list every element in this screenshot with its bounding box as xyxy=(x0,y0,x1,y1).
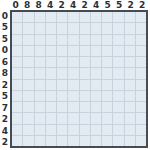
grid-cell-r9c2[interactable] xyxy=(35,113,45,123)
grid-cell-r10c2[interactable] xyxy=(35,125,45,135)
column-clues: 088424245522 xyxy=(10,0,148,10)
grid-cell-r11c10[interactable] xyxy=(125,136,135,146)
grid-cell-r3c0[interactable] xyxy=(12,46,22,56)
grid-cell-r6c6[interactable] xyxy=(80,80,90,90)
grid-cell-r4c0[interactable] xyxy=(12,57,22,67)
grid-cell-r7c2[interactable] xyxy=(35,91,45,101)
grid-cell-r5c0[interactable] xyxy=(12,68,22,78)
grid-cell-r5c5[interactable] xyxy=(68,68,78,78)
col-clue-10: 2 xyxy=(125,0,137,10)
grid-cell-r7c5[interactable] xyxy=(68,91,78,101)
grid-cell-r11c2[interactable] xyxy=(35,136,45,146)
grid-cell-r6c0[interactable] xyxy=(12,80,22,90)
grid-cell-r3c10[interactable] xyxy=(125,46,135,56)
grid-cell-r4c1[interactable] xyxy=(23,57,33,67)
grid-cell-r11c0[interactable] xyxy=(12,136,22,146)
grid-cell-r1c6[interactable] xyxy=(80,23,90,33)
grid-cell-r2c1[interactable] xyxy=(23,35,33,45)
grid-cell-r7c4[interactable] xyxy=(57,91,67,101)
row-clue-1: 5 xyxy=(0,22,10,34)
grid-cell-r3c3[interactable] xyxy=(46,46,56,56)
grid-cell-r3c11[interactable] xyxy=(136,46,146,56)
grid-cell-r10c0[interactable] xyxy=(12,125,22,135)
grid-cell-r5c6[interactable] xyxy=(80,68,90,78)
grid-cell-r0c8[interactable] xyxy=(102,12,112,22)
grid-cell-r8c3[interactable] xyxy=(46,102,56,112)
grid-cell-r6c2[interactable] xyxy=(35,80,45,90)
grid-cell-r2c11[interactable] xyxy=(136,35,146,45)
grid-cell-r1c11[interactable] xyxy=(136,23,146,33)
grid-cell-r5c8[interactable] xyxy=(102,68,112,78)
grid-cell-r9c5[interactable] xyxy=(68,113,78,123)
grid-cell-r0c5[interactable] xyxy=(68,12,78,22)
grid-cell-r10c4[interactable] xyxy=(57,125,67,135)
grid-cell-r9c8[interactable] xyxy=(102,113,112,123)
grid-cell-r11c6[interactable] xyxy=(80,136,90,146)
grid-cell-r10c7[interactable] xyxy=(91,125,101,135)
grid-cell-r10c3[interactable] xyxy=(46,125,56,135)
grid-cell-r6c1[interactable] xyxy=(23,80,33,90)
col-clue-9: 5 xyxy=(114,0,126,10)
grid-cell-r1c10[interactable] xyxy=(125,23,135,33)
grid-cell-r0c4[interactable] xyxy=(57,12,67,22)
grid-cell-r5c1[interactable] xyxy=(23,68,33,78)
col-clue-6: 2 xyxy=(79,0,91,10)
grid-cell-r5c3[interactable] xyxy=(46,68,56,78)
grid-cell-r8c6[interactable] xyxy=(80,102,90,112)
grid-cell-r2c3[interactable] xyxy=(46,35,56,45)
grid-cell-r1c4[interactable] xyxy=(57,23,67,33)
grid-cell-r10c6[interactable] xyxy=(80,125,90,135)
col-clue-0: 0 xyxy=(10,0,22,10)
col-clue-3: 4 xyxy=(45,0,57,10)
grid-cell-r0c10[interactable] xyxy=(125,12,135,22)
grid-cell-r4c2[interactable] xyxy=(35,57,45,67)
grid-cell-r8c10[interactable] xyxy=(125,102,135,112)
grid-cell-r5c4[interactable] xyxy=(57,68,67,78)
grid-cell-r8c0[interactable] xyxy=(12,102,22,112)
grid-cell-r7c7[interactable] xyxy=(91,91,101,101)
grid-cell-r8c8[interactable] xyxy=(102,102,112,112)
grid-cell-r3c9[interactable] xyxy=(113,46,123,56)
grid-cell-r11c3[interactable] xyxy=(46,136,56,146)
col-clue-2: 8 xyxy=(33,0,45,10)
grid-cell-r6c9[interactable] xyxy=(113,80,123,90)
grid-cell-r10c1[interactable] xyxy=(23,125,33,135)
grid-cell-r9c1[interactable] xyxy=(23,113,33,123)
nonogram-board xyxy=(10,10,148,148)
grid-cell-r9c9[interactable] xyxy=(113,113,123,123)
grid-cell-r5c9[interactable] xyxy=(113,68,123,78)
grid-cell-r11c7[interactable] xyxy=(91,136,101,146)
grid-cell-r4c5[interactable] xyxy=(68,57,78,67)
grid-cell-r2c8[interactable] xyxy=(102,35,112,45)
grid-cell-r2c0[interactable] xyxy=(12,35,22,45)
grid-cell-r2c6[interactable] xyxy=(80,35,90,45)
grid-cell-r8c2[interactable] xyxy=(35,102,45,112)
grid-cell-r8c4[interactable] xyxy=(57,102,67,112)
grid-cell-r11c11[interactable] xyxy=(136,136,146,146)
grid-cell-r1c0[interactable] xyxy=(12,23,22,33)
grid-cell-r10c11[interactable] xyxy=(136,125,146,135)
grid-cell-r5c2[interactable] xyxy=(35,68,45,78)
grid-cell-r3c1[interactable] xyxy=(23,46,33,56)
col-clue-11: 2 xyxy=(137,0,149,10)
col-clue-1: 8 xyxy=(22,0,34,10)
grid-cell-r10c9[interactable] xyxy=(113,125,123,135)
grid-cell-r5c10[interactable] xyxy=(125,68,135,78)
grid-cell-r1c9[interactable] xyxy=(113,23,123,33)
grid-cell-r10c10[interactable] xyxy=(125,125,135,135)
grid-cell-r4c4[interactable] xyxy=(57,57,67,67)
grid-cell-r2c7[interactable] xyxy=(91,35,101,45)
grid-cell-r4c9[interactable] xyxy=(113,57,123,67)
grid-cell-r0c9[interactable] xyxy=(113,12,123,22)
grid-cell-r4c3[interactable] xyxy=(46,57,56,67)
grid-cell-r0c0[interactable] xyxy=(12,12,22,22)
grid-cell-r7c0[interactable] xyxy=(12,91,22,101)
grid-cell-r9c10[interactable] xyxy=(125,113,135,123)
grid-cell-r8c7[interactable] xyxy=(91,102,101,112)
grid-cell-r8c5[interactable] xyxy=(68,102,78,112)
row-clue-0: 0 xyxy=(0,10,10,22)
grid-cell-r0c3[interactable] xyxy=(46,12,56,22)
row-clue-3: 0 xyxy=(0,45,10,57)
grid-cell-r7c1[interactable] xyxy=(23,91,33,101)
grid-cell-r2c10[interactable] xyxy=(125,35,135,45)
row-clue-10: 4 xyxy=(0,125,10,137)
grid-cell-r9c4[interactable] xyxy=(57,113,67,123)
row-clue-6: 2 xyxy=(0,79,10,91)
grid-cell-r1c1[interactable] xyxy=(23,23,33,33)
grid-cell-r7c9[interactable] xyxy=(113,91,123,101)
grid-cell-r11c5[interactable] xyxy=(68,136,78,146)
grid-cell-r1c5[interactable] xyxy=(68,23,78,33)
grid-cell-r7c10[interactable] xyxy=(125,91,135,101)
row-clue-5: 8 xyxy=(0,68,10,80)
grid-cell-r7c6[interactable] xyxy=(80,91,90,101)
grid-cell-r6c5[interactable] xyxy=(68,80,78,90)
grid-cell-r11c1[interactable] xyxy=(23,136,33,146)
grid-cell-r5c7[interactable] xyxy=(91,68,101,78)
grid-cell-r2c9[interactable] xyxy=(113,35,123,45)
grid-cell-r6c10[interactable] xyxy=(125,80,135,90)
grid-cell-r6c4[interactable] xyxy=(57,80,67,90)
grid-cell-r3c2[interactable] xyxy=(35,46,45,56)
grid-cell-r8c9[interactable] xyxy=(113,102,123,112)
grid-cell-r4c8[interactable] xyxy=(102,57,112,67)
grid-cell-r3c6[interactable] xyxy=(80,46,90,56)
grid-cell-r4c7[interactable] xyxy=(91,57,101,67)
grid-cell-r0c2[interactable] xyxy=(35,12,45,22)
grid-cell-r9c11[interactable] xyxy=(136,113,146,123)
grid-cell-r11c9[interactable] xyxy=(113,136,123,146)
grid-cell-r1c3[interactable] xyxy=(46,23,56,33)
grid-cell-r9c3[interactable] xyxy=(46,113,56,123)
grid-cell-r3c8[interactable] xyxy=(102,46,112,56)
row-clue-11: 2 xyxy=(0,137,10,149)
grid-cell-r1c2[interactable] xyxy=(35,23,45,33)
grid-cell-r11c8[interactable] xyxy=(102,136,112,146)
grid-cell-r8c11[interactable] xyxy=(136,102,146,112)
grid-cell-r3c7[interactable] xyxy=(91,46,101,56)
grid-cell-r1c7[interactable] xyxy=(91,23,101,33)
grid-cell-r0c1[interactable] xyxy=(23,12,33,22)
grid-cell-r7c11[interactable] xyxy=(136,91,146,101)
col-clue-5: 4 xyxy=(68,0,80,10)
grid-cell-r4c10[interactable] xyxy=(125,57,135,67)
grid-cell-r3c5[interactable] xyxy=(68,46,78,56)
col-clue-4: 2 xyxy=(56,0,68,10)
grid-cell-r2c4[interactable] xyxy=(57,35,67,45)
col-clue-8: 5 xyxy=(102,0,114,10)
row-clue-7: 5 xyxy=(0,91,10,103)
grid-cell-r9c7[interactable] xyxy=(91,113,101,123)
grid-cell-r0c7[interactable] xyxy=(91,12,101,22)
row-clue-9: 2 xyxy=(0,114,10,126)
grid-cell-r2c5[interactable] xyxy=(68,35,78,45)
grid-cell-r3c4[interactable] xyxy=(57,46,67,56)
row-clue-2: 5 xyxy=(0,33,10,45)
grid-cell-r2c2[interactable] xyxy=(35,35,45,45)
grid-cell-r4c6[interactable] xyxy=(80,57,90,67)
row-clue-4: 6 xyxy=(0,56,10,68)
grid-cell-r7c3[interactable] xyxy=(46,91,56,101)
grid-cell-r10c8[interactable] xyxy=(102,125,112,135)
grid-cell-r7c8[interactable] xyxy=(102,91,112,101)
nonogram-puzzle: 088424245522 055068257242 xyxy=(0,0,150,150)
grid-cell-r9c6[interactable] xyxy=(80,113,90,123)
row-clue-8: 7 xyxy=(0,102,10,114)
grid-cell-r6c8[interactable] xyxy=(102,80,112,90)
grid-cell-r0c6[interactable] xyxy=(80,12,90,22)
grid-cell-r9c0[interactable] xyxy=(12,113,22,123)
grid-cell-r5c11[interactable] xyxy=(136,68,146,78)
grid-cell-r8c1[interactable] xyxy=(23,102,33,112)
grid-cell-r1c8[interactable] xyxy=(102,23,112,33)
grid-cell-r6c3[interactable] xyxy=(46,80,56,90)
col-clue-7: 4 xyxy=(91,0,103,10)
grid-cell-r4c11[interactable] xyxy=(136,57,146,67)
grid-cell-r11c4[interactable] xyxy=(57,136,67,146)
grid-cell-r10c5[interactable] xyxy=(68,125,78,135)
grid-cell-r6c7[interactable] xyxy=(91,80,101,90)
row-clues: 055068257242 xyxy=(0,10,10,148)
grid-cell-r6c11[interactable] xyxy=(136,80,146,90)
grid-cell-r0c11[interactable] xyxy=(136,12,146,22)
